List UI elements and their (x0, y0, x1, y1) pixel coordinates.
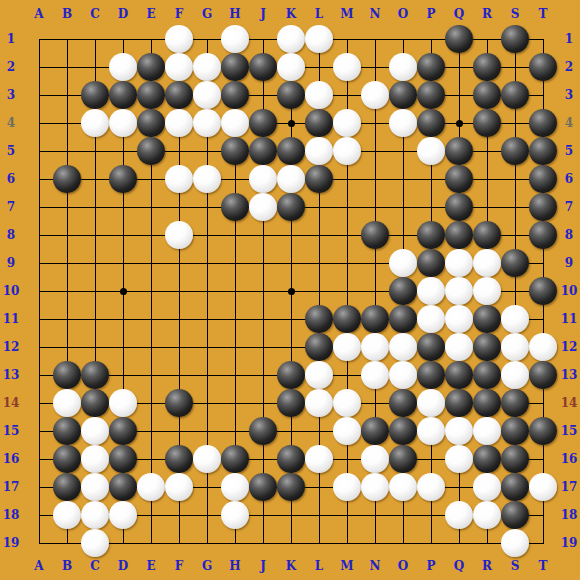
intersection-G12[interactable] (193, 333, 221, 361)
intersection-N7[interactable] (361, 193, 389, 221)
intersection-M5[interactable] (333, 137, 361, 165)
intersection-S19[interactable] (501, 529, 529, 557)
intersection-T5[interactable] (529, 137, 557, 165)
intersection-C19[interactable] (81, 529, 109, 557)
intersection-B2[interactable] (53, 53, 81, 81)
intersection-Q8[interactable] (445, 221, 473, 249)
intersection-B19[interactable] (53, 529, 81, 557)
intersection-T7[interactable] (529, 193, 557, 221)
intersection-M17[interactable] (333, 473, 361, 501)
intersection-F16[interactable] (165, 445, 193, 473)
intersection-Q7[interactable] (445, 193, 473, 221)
intersection-N8[interactable] (361, 221, 389, 249)
intersection-K9[interactable] (277, 249, 305, 277)
intersection-D14[interactable] (109, 389, 137, 417)
intersection-S10[interactable] (501, 277, 529, 305)
intersection-F2[interactable] (165, 53, 193, 81)
intersection-J11[interactable] (249, 305, 277, 333)
intersection-F1[interactable] (165, 25, 193, 53)
intersection-L11[interactable] (305, 305, 333, 333)
intersection-D7[interactable] (109, 193, 137, 221)
intersection-K14[interactable] (277, 389, 305, 417)
intersection-C16[interactable] (81, 445, 109, 473)
intersection-H3[interactable] (221, 81, 249, 109)
intersection-F4[interactable] (165, 109, 193, 137)
intersection-S3[interactable] (501, 81, 529, 109)
intersection-R9[interactable] (473, 249, 501, 277)
intersection-H9[interactable] (221, 249, 249, 277)
intersection-E14[interactable] (137, 389, 165, 417)
intersection-O17[interactable] (389, 473, 417, 501)
intersection-C7[interactable] (81, 193, 109, 221)
intersection-M1[interactable] (333, 25, 361, 53)
intersection-T19[interactable] (529, 529, 557, 557)
intersection-S17[interactable] (501, 473, 529, 501)
intersection-S16[interactable] (501, 445, 529, 473)
intersection-F5[interactable] (165, 137, 193, 165)
intersection-N1[interactable] (361, 25, 389, 53)
intersection-J7[interactable] (249, 193, 277, 221)
intersection-S6[interactable] (501, 165, 529, 193)
intersection-A3[interactable] (25, 81, 53, 109)
intersection-P6[interactable] (417, 165, 445, 193)
intersection-K16[interactable] (277, 445, 305, 473)
intersection-A17[interactable] (25, 473, 53, 501)
intersection-T18[interactable] (529, 501, 557, 529)
intersection-C9[interactable] (81, 249, 109, 277)
intersection-D3[interactable] (109, 81, 137, 109)
intersection-A16[interactable] (25, 445, 53, 473)
intersection-H8[interactable] (221, 221, 249, 249)
intersection-O10[interactable] (389, 277, 417, 305)
intersection-F19[interactable] (165, 529, 193, 557)
intersection-T13[interactable] (529, 361, 557, 389)
intersection-D10[interactable] (109, 277, 137, 305)
intersection-C14[interactable] (81, 389, 109, 417)
intersection-G5[interactable] (193, 137, 221, 165)
intersection-L18[interactable] (305, 501, 333, 529)
intersection-B6[interactable] (53, 165, 81, 193)
intersection-F7[interactable] (165, 193, 193, 221)
intersection-M13[interactable] (333, 361, 361, 389)
intersection-R12[interactable] (473, 333, 501, 361)
intersection-J15[interactable] (249, 417, 277, 445)
intersection-L14[interactable] (305, 389, 333, 417)
intersection-E7[interactable] (137, 193, 165, 221)
intersection-K8[interactable] (277, 221, 305, 249)
intersection-N13[interactable] (361, 361, 389, 389)
intersection-H7[interactable] (221, 193, 249, 221)
intersection-E1[interactable] (137, 25, 165, 53)
intersection-T10[interactable] (529, 277, 557, 305)
intersection-Q1[interactable] (445, 25, 473, 53)
intersection-O14[interactable] (389, 389, 417, 417)
intersection-F3[interactable] (165, 81, 193, 109)
intersection-B5[interactable] (53, 137, 81, 165)
intersection-D17[interactable] (109, 473, 137, 501)
intersection-E12[interactable] (137, 333, 165, 361)
intersection-P18[interactable] (417, 501, 445, 529)
intersection-S2[interactable] (501, 53, 529, 81)
intersection-O18[interactable] (389, 501, 417, 529)
intersection-R16[interactable] (473, 445, 501, 473)
intersection-N14[interactable] (361, 389, 389, 417)
intersection-M2[interactable] (333, 53, 361, 81)
intersection-Q9[interactable] (445, 249, 473, 277)
intersection-J3[interactable] (249, 81, 277, 109)
intersection-J12[interactable] (249, 333, 277, 361)
intersection-Q5[interactable] (445, 137, 473, 165)
intersection-E19[interactable] (137, 529, 165, 557)
intersection-G14[interactable] (193, 389, 221, 417)
intersection-J13[interactable] (249, 361, 277, 389)
intersection-C12[interactable] (81, 333, 109, 361)
intersection-N3[interactable] (361, 81, 389, 109)
intersection-R17[interactable] (473, 473, 501, 501)
intersection-A15[interactable] (25, 417, 53, 445)
intersection-R11[interactable] (473, 305, 501, 333)
intersection-Q12[interactable] (445, 333, 473, 361)
intersection-F17[interactable] (165, 473, 193, 501)
intersection-S13[interactable] (501, 361, 529, 389)
intersection-F8[interactable] (165, 221, 193, 249)
intersection-J19[interactable] (249, 529, 277, 557)
intersection-H5[interactable] (221, 137, 249, 165)
intersection-H11[interactable] (221, 305, 249, 333)
intersection-D1[interactable] (109, 25, 137, 53)
intersection-F14[interactable] (165, 389, 193, 417)
intersection-H1[interactable] (221, 25, 249, 53)
intersection-L19[interactable] (305, 529, 333, 557)
intersection-H14[interactable] (221, 389, 249, 417)
intersection-N19[interactable] (361, 529, 389, 557)
intersection-G8[interactable] (193, 221, 221, 249)
intersection-G16[interactable] (193, 445, 221, 473)
intersection-K7[interactable] (277, 193, 305, 221)
intersection-L2[interactable] (305, 53, 333, 81)
intersection-P7[interactable] (417, 193, 445, 221)
intersection-E13[interactable] (137, 361, 165, 389)
intersection-M18[interactable] (333, 501, 361, 529)
intersection-N17[interactable] (361, 473, 389, 501)
intersection-P1[interactable] (417, 25, 445, 53)
intersection-F6[interactable] (165, 165, 193, 193)
intersection-S14[interactable] (501, 389, 529, 417)
intersection-E18[interactable] (137, 501, 165, 529)
intersection-T17[interactable] (529, 473, 557, 501)
intersection-C6[interactable] (81, 165, 109, 193)
intersection-L5[interactable] (305, 137, 333, 165)
intersection-A2[interactable] (25, 53, 53, 81)
intersection-P13[interactable] (417, 361, 445, 389)
intersection-P2[interactable] (417, 53, 445, 81)
intersection-C18[interactable] (81, 501, 109, 529)
intersection-F9[interactable] (165, 249, 193, 277)
intersection-P11[interactable] (417, 305, 445, 333)
intersection-K6[interactable] (277, 165, 305, 193)
intersection-B18[interactable] (53, 501, 81, 529)
intersection-C4[interactable] (81, 109, 109, 137)
intersection-K11[interactable] (277, 305, 305, 333)
intersection-T11[interactable] (529, 305, 557, 333)
intersection-G11[interactable] (193, 305, 221, 333)
intersection-D15[interactable] (109, 417, 137, 445)
intersection-H15[interactable] (221, 417, 249, 445)
intersection-S11[interactable] (501, 305, 529, 333)
intersection-Q13[interactable] (445, 361, 473, 389)
intersection-J6[interactable] (249, 165, 277, 193)
intersection-R15[interactable] (473, 417, 501, 445)
intersection-A12[interactable] (25, 333, 53, 361)
intersection-D4[interactable] (109, 109, 137, 137)
intersection-A4[interactable] (25, 109, 53, 137)
intersection-K4[interactable] (277, 109, 305, 137)
intersection-L7[interactable] (305, 193, 333, 221)
intersection-E2[interactable] (137, 53, 165, 81)
intersection-J18[interactable] (249, 501, 277, 529)
intersection-B15[interactable] (53, 417, 81, 445)
intersection-E5[interactable] (137, 137, 165, 165)
intersection-T3[interactable] (529, 81, 557, 109)
intersection-K5[interactable] (277, 137, 305, 165)
intersection-L9[interactable] (305, 249, 333, 277)
intersection-T8[interactable] (529, 221, 557, 249)
intersection-B10[interactable] (53, 277, 81, 305)
intersection-G17[interactable] (193, 473, 221, 501)
intersection-Q4[interactable] (445, 109, 473, 137)
intersection-D11[interactable] (109, 305, 137, 333)
intersection-M10[interactable] (333, 277, 361, 305)
intersection-O16[interactable] (389, 445, 417, 473)
intersection-K1[interactable] (277, 25, 305, 53)
intersection-H2[interactable] (221, 53, 249, 81)
intersection-Q15[interactable] (445, 417, 473, 445)
intersection-T14[interactable] (529, 389, 557, 417)
intersection-B12[interactable] (53, 333, 81, 361)
intersection-G13[interactable] (193, 361, 221, 389)
intersection-F15[interactable] (165, 417, 193, 445)
intersection-Q10[interactable] (445, 277, 473, 305)
intersection-J9[interactable] (249, 249, 277, 277)
intersection-P4[interactable] (417, 109, 445, 137)
intersection-D12[interactable] (109, 333, 137, 361)
intersection-O19[interactable] (389, 529, 417, 557)
intersection-O5[interactable] (389, 137, 417, 165)
intersection-P5[interactable] (417, 137, 445, 165)
intersection-G3[interactable] (193, 81, 221, 109)
intersection-H10[interactable] (221, 277, 249, 305)
intersection-A8[interactable] (25, 221, 53, 249)
intersection-E6[interactable] (137, 165, 165, 193)
intersection-R2[interactable] (473, 53, 501, 81)
intersection-P19[interactable] (417, 529, 445, 557)
intersection-A6[interactable] (25, 165, 53, 193)
intersection-A10[interactable] (25, 277, 53, 305)
intersection-H13[interactable] (221, 361, 249, 389)
intersection-D6[interactable] (109, 165, 137, 193)
intersection-G7[interactable] (193, 193, 221, 221)
intersection-C10[interactable] (81, 277, 109, 305)
intersection-K13[interactable] (277, 361, 305, 389)
intersection-O3[interactable] (389, 81, 417, 109)
intersection-A11[interactable] (25, 305, 53, 333)
intersection-H18[interactable] (221, 501, 249, 529)
intersection-P9[interactable] (417, 249, 445, 277)
intersection-E16[interactable] (137, 445, 165, 473)
intersection-L10[interactable] (305, 277, 333, 305)
intersection-N12[interactable] (361, 333, 389, 361)
intersection-C13[interactable] (81, 361, 109, 389)
intersection-N4[interactable] (361, 109, 389, 137)
intersection-L16[interactable] (305, 445, 333, 473)
intersection-Q17[interactable] (445, 473, 473, 501)
intersection-A1[interactable] (25, 25, 53, 53)
intersection-M3[interactable] (333, 81, 361, 109)
intersection-T9[interactable] (529, 249, 557, 277)
intersection-E17[interactable] (137, 473, 165, 501)
intersection-O9[interactable] (389, 249, 417, 277)
intersection-S4[interactable] (501, 109, 529, 137)
intersection-Q2[interactable] (445, 53, 473, 81)
intersection-J4[interactable] (249, 109, 277, 137)
intersection-A5[interactable] (25, 137, 53, 165)
intersection-B16[interactable] (53, 445, 81, 473)
intersection-H12[interactable] (221, 333, 249, 361)
intersection-S15[interactable] (501, 417, 529, 445)
intersection-Q3[interactable] (445, 81, 473, 109)
intersection-B7[interactable] (53, 193, 81, 221)
intersection-R8[interactable] (473, 221, 501, 249)
intersection-B4[interactable] (53, 109, 81, 137)
intersection-F18[interactable] (165, 501, 193, 529)
intersection-B3[interactable] (53, 81, 81, 109)
intersection-E10[interactable] (137, 277, 165, 305)
intersection-S12[interactable] (501, 333, 529, 361)
intersection-G19[interactable] (193, 529, 221, 557)
intersection-K12[interactable] (277, 333, 305, 361)
intersection-C17[interactable] (81, 473, 109, 501)
intersection-B9[interactable] (53, 249, 81, 277)
intersection-M8[interactable] (333, 221, 361, 249)
intersection-B13[interactable] (53, 361, 81, 389)
intersection-S7[interactable] (501, 193, 529, 221)
intersection-L13[interactable] (305, 361, 333, 389)
intersection-K15[interactable] (277, 417, 305, 445)
intersection-H4[interactable] (221, 109, 249, 137)
intersection-B14[interactable] (53, 389, 81, 417)
intersection-B8[interactable] (53, 221, 81, 249)
intersection-L15[interactable] (305, 417, 333, 445)
intersection-R10[interactable] (473, 277, 501, 305)
intersection-J10[interactable] (249, 277, 277, 305)
intersection-R3[interactable] (473, 81, 501, 109)
intersection-J2[interactable] (249, 53, 277, 81)
intersection-T16[interactable] (529, 445, 557, 473)
intersection-N11[interactable] (361, 305, 389, 333)
intersection-H16[interactable] (221, 445, 249, 473)
intersection-D5[interactable] (109, 137, 137, 165)
intersection-N2[interactable] (361, 53, 389, 81)
intersection-C5[interactable] (81, 137, 109, 165)
intersection-H19[interactable] (221, 529, 249, 557)
intersection-C2[interactable] (81, 53, 109, 81)
intersection-C11[interactable] (81, 305, 109, 333)
intersection-J17[interactable] (249, 473, 277, 501)
intersection-O11[interactable] (389, 305, 417, 333)
intersection-O15[interactable] (389, 417, 417, 445)
intersection-D8[interactable] (109, 221, 137, 249)
intersection-C15[interactable] (81, 417, 109, 445)
intersection-E15[interactable] (137, 417, 165, 445)
intersection-F13[interactable] (165, 361, 193, 389)
intersection-Q6[interactable] (445, 165, 473, 193)
intersection-M9[interactable] (333, 249, 361, 277)
intersection-O7[interactable] (389, 193, 417, 221)
intersection-R19[interactable] (473, 529, 501, 557)
intersection-G10[interactable] (193, 277, 221, 305)
intersection-E3[interactable] (137, 81, 165, 109)
intersection-R13[interactable] (473, 361, 501, 389)
intersection-L1[interactable] (305, 25, 333, 53)
intersection-S8[interactable] (501, 221, 529, 249)
intersection-M19[interactable] (333, 529, 361, 557)
intersection-O8[interactable] (389, 221, 417, 249)
intersection-D9[interactable] (109, 249, 137, 277)
intersection-O6[interactable] (389, 165, 417, 193)
intersection-L12[interactable] (305, 333, 333, 361)
intersection-J16[interactable] (249, 445, 277, 473)
intersection-S5[interactable] (501, 137, 529, 165)
intersection-E4[interactable] (137, 109, 165, 137)
intersection-G18[interactable] (193, 501, 221, 529)
intersection-Q19[interactable] (445, 529, 473, 557)
intersection-Q18[interactable] (445, 501, 473, 529)
intersection-P3[interactable] (417, 81, 445, 109)
intersection-D13[interactable] (109, 361, 137, 389)
intersection-G2[interactable] (193, 53, 221, 81)
intersection-B17[interactable] (53, 473, 81, 501)
intersection-G6[interactable] (193, 165, 221, 193)
intersection-C1[interactable] (81, 25, 109, 53)
intersection-M14[interactable] (333, 389, 361, 417)
intersection-P12[interactable] (417, 333, 445, 361)
intersection-D19[interactable] (109, 529, 137, 557)
intersection-R1[interactable] (473, 25, 501, 53)
intersection-G9[interactable] (193, 249, 221, 277)
intersection-P10[interactable] (417, 277, 445, 305)
intersection-E11[interactable] (137, 305, 165, 333)
intersection-R14[interactable] (473, 389, 501, 417)
intersection-B11[interactable] (53, 305, 81, 333)
intersection-L3[interactable] (305, 81, 333, 109)
intersection-P8[interactable] (417, 221, 445, 249)
intersection-A7[interactable] (25, 193, 53, 221)
intersection-O13[interactable] (389, 361, 417, 389)
intersection-N6[interactable] (361, 165, 389, 193)
intersection-M15[interactable] (333, 417, 361, 445)
intersection-M11[interactable] (333, 305, 361, 333)
intersection-F10[interactable] (165, 277, 193, 305)
intersection-C8[interactable] (81, 221, 109, 249)
intersection-E9[interactable] (137, 249, 165, 277)
intersection-H6[interactable] (221, 165, 249, 193)
intersection-Q11[interactable] (445, 305, 473, 333)
intersection-N9[interactable] (361, 249, 389, 277)
intersection-M6[interactable] (333, 165, 361, 193)
intersection-S9[interactable] (501, 249, 529, 277)
intersection-K18[interactable] (277, 501, 305, 529)
intersection-F11[interactable] (165, 305, 193, 333)
